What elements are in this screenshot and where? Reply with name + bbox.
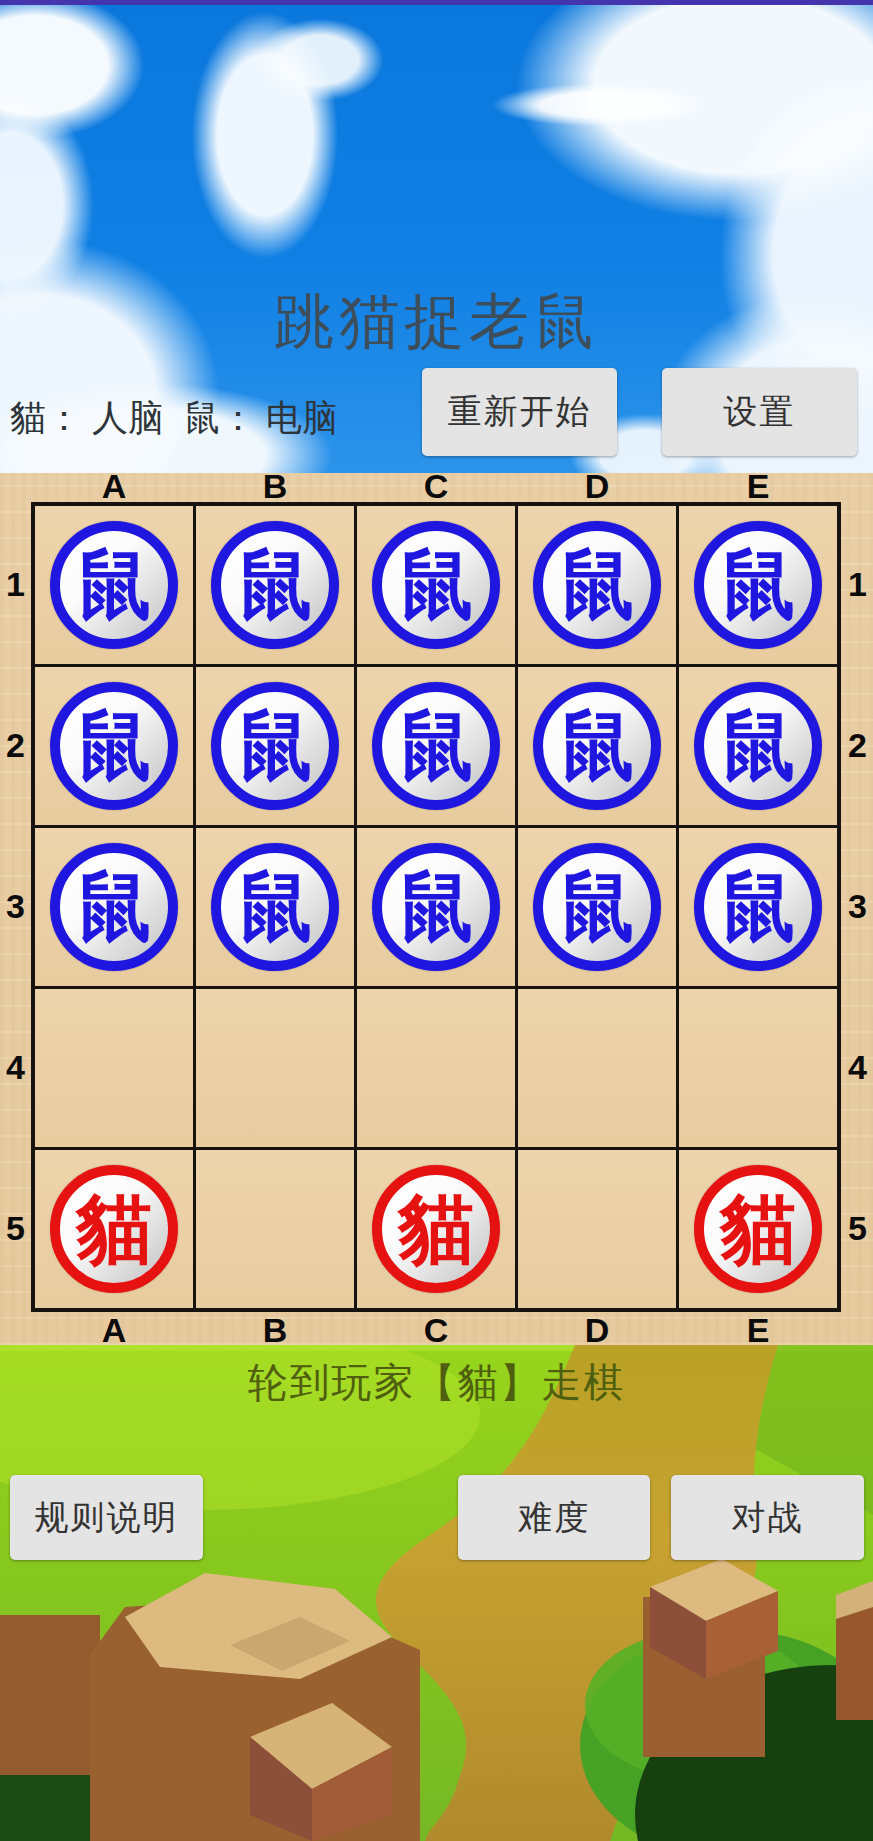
difficulty-button[interactable]: 难度 [458,1475,650,1560]
board-cell-E2[interactable]: 鼠 [679,667,837,825]
settings-button[interactable]: 设置 [662,368,857,456]
mouse-piece[interactable]: 鼠 [50,682,178,810]
board-area: 鼠鼠鼠鼠鼠鼠鼠鼠鼠鼠鼠鼠鼠鼠鼠貓貓貓 AABBCCDDEE1122334455 [0,473,873,1345]
mouse-piece[interactable]: 鼠 [50,843,178,971]
ground-background: 轮到玩家【貓】走棋 规则说明 难度 对战 [0,1345,873,1841]
turn-status-text: 轮到玩家【貓】走棋 [0,1355,873,1410]
board-cell-A4[interactable] [35,989,193,1147]
col-label-bottom-A: A [35,1313,193,1347]
android-status-bar [0,0,873,5]
board-grid: 鼠鼠鼠鼠鼠鼠鼠鼠鼠鼠鼠鼠鼠鼠鼠貓貓貓 [31,502,841,1312]
restart-button[interactable]: 重新开始 [422,368,617,456]
rules-button[interactable]: 规则说明 [10,1475,203,1560]
board-cell-A2[interactable]: 鼠 [35,667,193,825]
board-cell-D1[interactable]: 鼠 [518,506,676,664]
board-cell-C5[interactable]: 貓 [357,1150,515,1308]
cat-piece[interactable]: 貓 [694,1165,822,1293]
col-label-top-A: A [35,469,193,503]
board-cell-B2[interactable]: 鼠 [196,667,354,825]
board-cell-D2[interactable]: 鼠 [518,667,676,825]
board-cell-A1[interactable]: 鼠 [35,506,193,664]
col-label-top-B: B [196,469,354,503]
page-title: 跳猫捉老鼠 [0,282,873,363]
mouse-piece[interactable]: 鼠 [533,843,661,971]
row-label-left-4: 4 [0,1050,31,1084]
mouse-piece[interactable]: 鼠 [694,843,822,971]
difficulty-button-label: 难度 [518,1495,590,1541]
board-cell-A3[interactable]: 鼠 [35,828,193,986]
mouse-piece[interactable]: 鼠 [533,521,661,649]
board-cell-B5[interactable] [196,1150,354,1308]
rules-button-label: 规则说明 [35,1495,179,1541]
board-cell-E1[interactable]: 鼠 [679,506,837,664]
board-cell-D4[interactable] [518,989,676,1147]
board-cell-B4[interactable] [196,989,354,1147]
mouse-piece[interactable]: 鼠 [211,843,339,971]
board-cell-C3[interactable]: 鼠 [357,828,515,986]
battle-button-label: 对战 [732,1495,804,1541]
row-label-right-2: 2 [842,728,873,762]
row-label-right-4: 4 [842,1050,873,1084]
mouse-piece[interactable]: 鼠 [211,682,339,810]
board-cell-C1[interactable]: 鼠 [357,506,515,664]
row-label-left-5: 5 [0,1211,31,1245]
mouse-piece[interactable]: 鼠 [372,843,500,971]
players-roles-label: 貓： 人脑 鼠： 电脑 [10,394,338,443]
cat-piece[interactable]: 貓 [50,1165,178,1293]
board-cell-A5[interactable]: 貓 [35,1150,193,1308]
battle-button[interactable]: 对战 [671,1475,864,1560]
mouse-piece[interactable]: 鼠 [372,682,500,810]
board-cell-E5[interactable]: 貓 [679,1150,837,1308]
mouse-piece[interactable]: 鼠 [694,521,822,649]
row-label-left-1: 1 [0,567,31,601]
ground-illustration [0,1345,873,1841]
board-cell-E4[interactable] [679,989,837,1147]
col-label-top-E: E [679,469,837,503]
board-cell-D5[interactable] [518,1150,676,1308]
mouse-piece[interactable]: 鼠 [211,521,339,649]
row-label-left-3: 3 [0,889,31,923]
mouse-piece[interactable]: 鼠 [533,682,661,810]
app-screen: 跳猫捉老鼠 貓： 人脑 鼠： 电脑 重新开始 设置 鼠鼠鼠鼠鼠鼠鼠鼠鼠鼠鼠鼠鼠鼠… [0,0,873,1841]
col-label-bottom-C: C [357,1313,515,1347]
board-cell-C2[interactable]: 鼠 [357,667,515,825]
col-label-bottom-D: D [518,1313,676,1347]
mouse-piece[interactable]: 鼠 [50,521,178,649]
row-label-right-3: 3 [842,889,873,923]
board-cell-D3[interactable]: 鼠 [518,828,676,986]
mouse-piece[interactable]: 鼠 [372,521,500,649]
row-label-right-5: 5 [842,1211,873,1245]
col-label-bottom-B: B [196,1313,354,1347]
col-label-top-D: D [518,469,676,503]
row-label-right-1: 1 [842,567,873,601]
board-cell-B3[interactable]: 鼠 [196,828,354,986]
cat-piece[interactable]: 貓 [372,1165,500,1293]
restart-button-label: 重新开始 [448,389,592,435]
board-cell-B1[interactable]: 鼠 [196,506,354,664]
settings-button-label: 设置 [724,389,796,435]
col-label-top-C: C [357,469,515,503]
board-cell-E3[interactable]: 鼠 [679,828,837,986]
col-label-bottom-E: E [679,1313,837,1347]
mouse-piece[interactable]: 鼠 [694,682,822,810]
row-label-left-2: 2 [0,728,31,762]
board-cell-C4[interactable] [357,989,515,1147]
